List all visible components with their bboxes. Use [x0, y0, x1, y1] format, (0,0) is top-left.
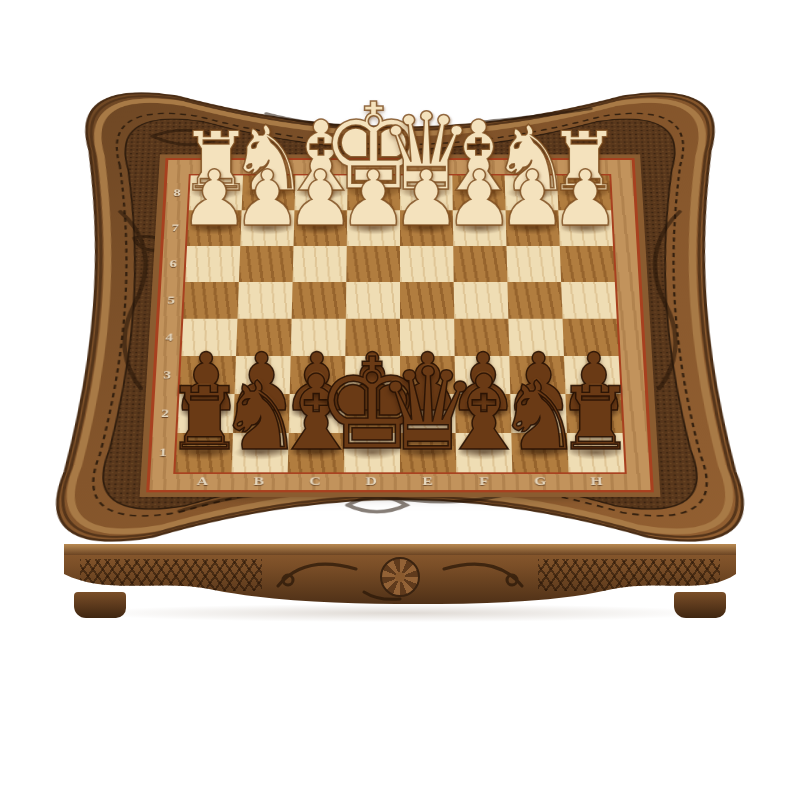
table-foot-right	[674, 592, 726, 618]
product-photo-stage: ABCDEFGH 87654321 ♜♞♝♚♛♝♞♜♟♟♟♟♟♟♟♟♟♟♟♟♟♟…	[0, 0, 800, 800]
table-foot-left	[74, 592, 126, 618]
floor-shadow	[90, 604, 710, 622]
piece-light-pawn-h7[interactable]: ♟	[551, 160, 620, 237]
piece-dark-rook-h1[interactable]: ♜	[557, 376, 635, 463]
